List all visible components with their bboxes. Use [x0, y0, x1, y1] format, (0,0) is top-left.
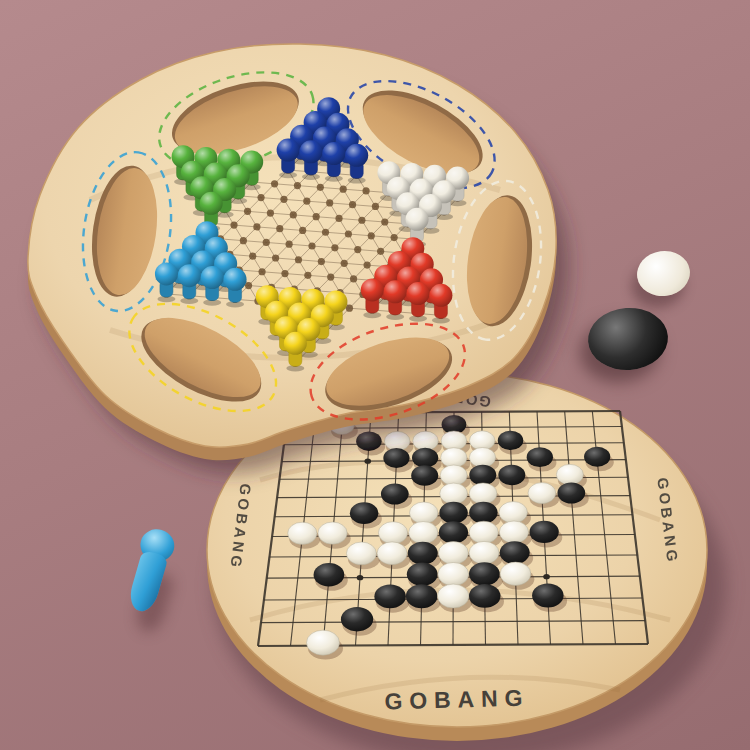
peg-hole: [272, 254, 279, 261]
peg-hole: [364, 262, 371, 269]
peg-hole: [281, 270, 288, 277]
peg-hole: [257, 194, 264, 201]
peg-hole: [258, 268, 265, 275]
peg-red: [384, 280, 407, 303]
peg-hole: [290, 211, 297, 218]
peg-navy-blue: [277, 139, 300, 162]
peg-hole: [303, 198, 310, 205]
peg-hole: [335, 215, 342, 222]
peg-hole: [350, 275, 357, 282]
peg-hole: [346, 305, 353, 312]
peg-hole: [308, 242, 315, 249]
peg-hole: [322, 229, 329, 236]
peg-yellow: [284, 332, 307, 355]
peg-white: [406, 208, 429, 231]
peg-hole: [377, 248, 384, 255]
peg-hole: [331, 244, 338, 251]
peg-light-blue: [155, 262, 178, 285]
chinese-checkers-render: [28, 44, 568, 473]
peg-hole: [249, 253, 256, 260]
peg-hole: [240, 237, 247, 244]
peg-hole: [317, 184, 324, 191]
peg-hole: [280, 196, 287, 203]
peg-light-blue: [178, 264, 201, 287]
peg-hole: [341, 260, 348, 267]
peg-green: [200, 192, 223, 215]
peg-hole: [244, 208, 251, 215]
peg-red: [407, 282, 430, 305]
peg-hole: [286, 241, 293, 248]
peg-hole: [230, 222, 237, 229]
chinese-checkers-board: [0, 0, 750, 750]
peg-hole: [253, 223, 260, 230]
peg-red: [429, 284, 452, 307]
peg-hole: [358, 217, 365, 224]
peg-hole: [245, 282, 252, 289]
peg-hole: [294, 182, 301, 189]
peg-hole: [326, 199, 333, 206]
peg-hole: [263, 239, 270, 246]
scene: GOBANG GOBANG GOBANG GOBANG: [0, 0, 750, 750]
peg-hole: [354, 246, 361, 253]
peg-navy-blue: [299, 140, 322, 163]
peg-red: [361, 278, 384, 301]
peg-navy-blue: [345, 144, 368, 167]
peg-light-blue: [224, 268, 247, 291]
peg-hole: [267, 210, 274, 217]
peg-hole: [391, 234, 398, 241]
peg-hole: [276, 225, 283, 232]
peg-hole: [340, 186, 347, 193]
peg-hole: [299, 227, 306, 234]
peg-hole: [349, 201, 356, 208]
peg-light-blue: [201, 266, 224, 289]
peg-hole: [295, 256, 302, 263]
peg-hole: [345, 230, 352, 237]
peg-hole: [327, 273, 334, 280]
peg-hole: [362, 187, 369, 194]
peg-hole: [318, 258, 325, 265]
peg-hole: [372, 203, 379, 210]
peg-body: [126, 549, 168, 614]
peg-hole: [381, 218, 388, 225]
peg-navy-blue: [322, 142, 345, 165]
peg-hole: [313, 213, 320, 220]
peg-hole: [304, 272, 311, 279]
peg-hole: [368, 232, 375, 239]
peg-hole: [271, 180, 278, 187]
